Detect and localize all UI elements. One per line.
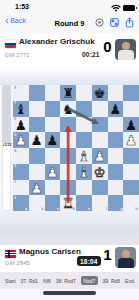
square-c4[interactable] <box>45 148 61 164</box>
square-f8[interactable]: ♚ <box>92 85 108 101</box>
square-b4[interactable] <box>29 148 45 164</box>
square-g7[interactable]: ♟ <box>108 101 124 117</box>
move-chip-6[interactable]: End <box>125 278 134 284</box>
file-label: c <box>57 206 59 210</box>
wifi-icon <box>111 4 121 12</box>
square-e5[interactable] <box>76 132 92 148</box>
square-c3[interactable]: ♟ <box>45 164 61 180</box>
square-h7[interactable] <box>123 101 139 117</box>
square-b1[interactable]: b <box>29 195 45 211</box>
square-a1[interactable]: 1a <box>13 195 29 211</box>
move-chip-1[interactable]: 37. Rd1 <box>21 278 39 284</box>
white-bishop-e3[interactable]: ♝ <box>76 164 92 180</box>
move-list-strip: Start37. Rd1Nf638. Rxd7Nxd739. Rd6End <box>0 272 139 289</box>
status-icons <box>111 4 135 12</box>
square-a7[interactable]: 7♝ <box>13 101 29 117</box>
player-rating-black: GM 2771 <box>5 52 30 58</box>
square-c5[interactable]: ♟ <box>45 132 61 148</box>
square-d3[interactable] <box>60 164 76 180</box>
file-label: g <box>120 206 122 210</box>
square-a8[interactable]: 8 <box>13 85 29 101</box>
black-pawn-h6[interactable]: ♟ <box>123 117 139 133</box>
file-label: d <box>73 206 75 210</box>
move-chip-5[interactable]: 39. Rd6 <box>103 278 121 284</box>
chess-broadcast-screen: 1:53 ‹ Back Round 9 <box>0 0 139 300</box>
score-black: 0 <box>100 38 115 55</box>
white-king-f3[interactable]: ♚ <box>92 164 108 180</box>
square-h2[interactable] <box>123 180 139 196</box>
white-bishop-e4[interactable]: ♝ <box>76 148 92 164</box>
square-g4[interactable] <box>108 148 124 164</box>
square-d1[interactable]: d♜ <box>60 195 76 211</box>
russia-flag-icon <box>5 40 16 48</box>
square-b2[interactable]: ♟ <box>29 180 45 196</box>
square-c7[interactable] <box>45 101 61 117</box>
background-gradient-top <box>0 68 139 85</box>
rank-label: 1 <box>14 196 16 200</box>
square-h6[interactable]: ♟ <box>123 117 139 133</box>
square-g2[interactable] <box>108 180 124 196</box>
square-b3[interactable] <box>29 164 45 180</box>
player-card-white: Magnus Carlsen GM 2845 18:04 1 <box>0 245 139 272</box>
white-pawn-c3[interactable]: ♟ <box>45 164 61 180</box>
share-icon[interactable] <box>125 17 134 28</box>
square-f7[interactable] <box>92 101 108 117</box>
file-label: h <box>136 206 138 210</box>
rank-label: 4 <box>14 149 16 153</box>
eval-value: +0.22 <box>2 143 11 146</box>
home-indicator[interactable] <box>43 291 96 295</box>
square-e7[interactable] <box>76 101 92 117</box>
black-pawn-g7[interactable]: ♟ <box>108 101 124 117</box>
square-g8[interactable] <box>108 85 124 101</box>
square-b7[interactable] <box>29 101 45 117</box>
square-f6[interactable] <box>92 117 108 133</box>
boards-icon[interactable] <box>110 18 119 27</box>
rank-label: 2 <box>14 180 16 184</box>
square-g3[interactable] <box>108 164 124 180</box>
square-d6[interactable] <box>60 117 76 133</box>
square-f3[interactable]: ♚ <box>92 164 108 180</box>
player-rating-white: GM 2845 <box>5 260 30 266</box>
move-chip-4[interactable]: Nxd7 <box>81 276 98 285</box>
black-king-f8[interactable]: ♚ <box>92 85 108 101</box>
background-gradient-bottom <box>0 211 139 245</box>
square-a2[interactable]: 2 <box>13 180 29 196</box>
player-name-white: Magnus Carlsen <box>19 247 81 256</box>
white-pawn-f4[interactable]: ♟ <box>92 148 108 164</box>
rank-label: 3 <box>14 164 16 168</box>
square-e1[interactable]: e <box>76 195 92 211</box>
square-c6[interactable] <box>45 117 61 133</box>
rank-label: 8 <box>14 86 16 90</box>
move-chip-2[interactable]: Nf6 <box>43 278 51 284</box>
clock-white: 18:04 <box>77 256 101 266</box>
square-d5[interactable] <box>60 132 76 148</box>
square-g6[interactable] <box>108 117 124 133</box>
black-rook-d8[interactable]: ♜ <box>60 85 76 101</box>
status-time: 1:53 <box>15 3 29 10</box>
clock-black: 00:21 <box>82 51 100 58</box>
square-g1[interactable]: g <box>108 195 124 211</box>
square-b5[interactable]: ♟ <box>29 132 45 148</box>
square-b6[interactable] <box>29 117 45 133</box>
square-a3[interactable]: 3 <box>13 164 29 180</box>
square-d2[interactable] <box>60 180 76 196</box>
white-pawn-h5[interactable]: ♟ <box>123 132 139 148</box>
status-bar: 1:53 <box>0 0 139 14</box>
square-d7[interactable]: ♞ <box>60 101 76 117</box>
square-g5[interactable] <box>108 132 124 148</box>
square-c8[interactable] <box>45 85 61 101</box>
avatar-white <box>115 247 136 268</box>
square-f4[interactable]: ♟ <box>92 148 108 164</box>
square-f1[interactable]: f <box>92 195 108 211</box>
square-a4[interactable]: 4 <box>13 148 29 164</box>
file-label: b <box>41 206 43 210</box>
move-chip-3[interactable]: 38. Rxd7 <box>56 278 76 284</box>
black-pawn-b5[interactable]: ♟ <box>29 132 45 148</box>
move-chip-0[interactable]: Start <box>5 278 16 284</box>
square-h3[interactable] <box>123 164 139 180</box>
square-e6[interactable] <box>76 117 92 133</box>
square-c2[interactable] <box>45 180 61 196</box>
black-knight-d7[interactable]: ♞ <box>60 101 76 117</box>
player-card-black: Alexander Grischuk GM 2771 00:21 0 <box>0 33 139 68</box>
score-white: 1 <box>100 246 115 263</box>
square-h4[interactable] <box>123 148 139 164</box>
square-h8[interactable] <box>123 85 139 101</box>
avatar-black <box>115 39 136 60</box>
square-a5[interactable]: 5♟ <box>13 132 29 148</box>
file-label: f <box>105 206 106 210</box>
square-a6[interactable]: 6♟ <box>13 117 29 133</box>
square-e3[interactable]: ♝ <box>76 164 92 180</box>
eval-bar-black-share <box>2 85 11 144</box>
norway-flag-icon <box>5 250 16 258</box>
square-d8[interactable]: ♜ <box>60 85 76 101</box>
square-f2[interactable] <box>92 180 108 196</box>
square-h1[interactable]: h <box>123 195 139 211</box>
square-b8[interactable] <box>29 85 45 101</box>
live-icon[interactable] <box>95 18 104 27</box>
square-c1[interactable]: c <box>45 195 61 211</box>
player-name-black: Alexander Grischuk <box>19 37 95 46</box>
rank-label: 5 <box>14 133 16 137</box>
white-pawn-b2[interactable]: ♟ <box>29 180 45 196</box>
square-e8[interactable] <box>76 85 92 101</box>
eval-bar: +0.22 <box>2 85 11 211</box>
square-e2[interactable] <box>76 180 92 196</box>
black-pawn-c5[interactable]: ♟ <box>45 132 61 148</box>
rank-label: 7 <box>14 101 16 105</box>
file-label: e <box>88 206 90 210</box>
square-e4[interactable]: ♝ <box>76 148 92 164</box>
battery-icon <box>123 5 135 11</box>
square-h5[interactable]: ♟ <box>123 132 139 148</box>
square-d4[interactable] <box>60 148 76 164</box>
chess-board[interactable]: 8♜♚7♝♞♟6♟♟5♟♟♟♟4♝♟3♟♝♚2♟1abcd♜efgh <box>13 85 139 211</box>
nav-bar: ‹ Back Round 9 <box>0 14 139 33</box>
file-label: a <box>25 206 27 210</box>
square-f5[interactable] <box>92 132 108 148</box>
rank-label: 6 <box>14 117 16 121</box>
